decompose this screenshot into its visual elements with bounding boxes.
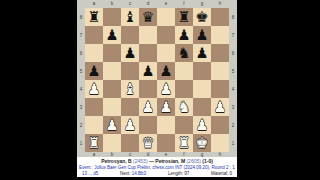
rank-label-6: 6	[229, 44, 237, 62]
square-g1: ♚	[193, 134, 211, 152]
rank-label-3: 3	[77, 98, 85, 116]
square-f1: ♜	[175, 134, 193, 152]
square-f5	[175, 62, 193, 80]
white-pawn: ♟	[142, 98, 155, 116]
rank-label-1: 1	[229, 134, 237, 152]
square-a1: ♜	[85, 134, 103, 152]
move-status-line: 13 ... d5 Next: 14.Bb3 Length: 97 Materi…	[79, 171, 235, 176]
square-e5: ♟	[157, 62, 175, 80]
square-b8	[103, 8, 121, 26]
black-pawn: ♟	[178, 26, 191, 44]
rank-label-2: 2	[229, 116, 237, 134]
square-b3	[103, 98, 121, 116]
file-label-e: e	[157, 0, 175, 7]
black-player-name: Petrosian, M	[155, 158, 185, 164]
square-h5	[211, 62, 229, 80]
square-a2	[85, 116, 103, 134]
square-h8	[211, 8, 229, 26]
square-a3	[85, 98, 103, 116]
square-b1	[103, 134, 121, 152]
white-pawn: ♟	[214, 98, 227, 116]
black-pawn: ♟	[160, 62, 173, 80]
square-d6	[139, 44, 157, 62]
game-info-panel: Petrosyan, B (2453) — Petrosian, M (2605…	[77, 157, 237, 177]
length-value: 97	[184, 171, 189, 176]
white-queen: ♛	[142, 134, 155, 152]
white-rook: ♜	[88, 134, 101, 152]
square-f7: ♟	[175, 26, 193, 44]
file-label-d: d	[139, 0, 157, 7]
next-move-group: Next: 14.Bb3	[120, 171, 146, 176]
square-f8: ♜	[175, 8, 193, 26]
rank-label-4: 4	[77, 80, 85, 98]
white-pawn: ♟	[160, 80, 173, 98]
square-f4	[175, 80, 193, 98]
square-e6	[157, 44, 175, 62]
white-pawn: ♟	[88, 80, 101, 98]
rank-labels-left: 87654321	[77, 8, 85, 152]
rank-label-5: 5	[77, 62, 85, 80]
file-label-b: b	[103, 0, 121, 7]
file-label-a: a	[85, 0, 103, 7]
players-line: Petrosyan, B (2453) — Petrosian, M (2605…	[79, 158, 235, 164]
black-pawn: ♟	[124, 44, 137, 62]
black-queen: ♛	[142, 8, 155, 26]
rank-label-1: 1	[77, 134, 85, 152]
white-bishop: ♝	[124, 80, 137, 98]
event-line: Event : Julius Baer Gen Cup Prelim, ches…	[79, 165, 235, 170]
square-c5	[121, 62, 139, 80]
vs-separator: —	[149, 158, 154, 164]
white-player-rating: (2453)	[133, 158, 147, 164]
black-pawn: ♟	[88, 62, 101, 80]
square-d3: ♟	[139, 98, 157, 116]
square-b5	[103, 62, 121, 80]
black-rook: ♜	[88, 8, 101, 26]
rank-label-8: 8	[77, 8, 85, 26]
letterbox-left	[0, 0, 77, 180]
file-label-f: f	[175, 0, 193, 7]
square-d2	[139, 116, 157, 134]
length-label: Length:	[168, 171, 183, 176]
square-b6	[103, 44, 121, 62]
square-g4	[193, 80, 211, 98]
black-knight: ♞	[178, 44, 191, 62]
black-king: ♚	[196, 8, 209, 26]
file-label-c: c	[121, 0, 139, 7]
next-label: Next:	[120, 171, 131, 176]
rank-label-6: 6	[77, 44, 85, 62]
white-king: ♚	[196, 134, 209, 152]
square-f2	[175, 116, 193, 134]
square-h2	[211, 116, 229, 134]
square-a4: ♟	[85, 80, 103, 98]
square-g7: ♟	[193, 26, 211, 44]
rank-label-5: 5	[229, 62, 237, 80]
square-g6: ♟	[193, 44, 211, 62]
square-d4	[139, 80, 157, 98]
square-d7	[139, 26, 157, 44]
square-c8: ♝	[121, 8, 139, 26]
rank-label-7: 7	[229, 26, 237, 44]
white-pawn: ♟	[124, 116, 137, 134]
square-f6: ♞	[175, 44, 193, 62]
square-g5	[193, 62, 211, 80]
next-move: 14.Bb3	[132, 171, 146, 176]
black-pawn: ♟	[196, 44, 209, 62]
square-d8: ♛	[139, 8, 157, 26]
square-c7	[121, 26, 139, 44]
rank-label-4: 4	[229, 80, 237, 98]
square-e1	[157, 134, 175, 152]
square-h4	[211, 80, 229, 98]
chess-board: ♜♝♛♜♚♟♟♟♟♞♟♟♟♟♟♝♟♟♟♞♟♟♟♟♜♛♜♚	[85, 8, 229, 152]
square-d5: ♟	[139, 62, 157, 80]
square-h3: ♟	[211, 98, 229, 116]
square-a7	[85, 26, 103, 44]
letterbox-right	[237, 0, 320, 180]
square-e8	[157, 8, 175, 26]
square-c4: ♝	[121, 80, 139, 98]
square-h7	[211, 26, 229, 44]
square-a5: ♟	[85, 62, 103, 80]
file-label-h: h	[211, 0, 229, 7]
moves-played: 13 ... d5	[82, 171, 98, 176]
file-label-g: g	[193, 0, 211, 7]
video-frame: abcdefgh 87654321 87654321 ♜♝♛♜♚♟♟♟♟♞♟♟♟…	[0, 0, 320, 180]
square-h6	[211, 44, 229, 62]
black-pawn: ♟	[196, 26, 209, 44]
chess-diagram-panel: abcdefgh 87654321 87654321 ♜♝♛♜♚♟♟♟♟♞♟♟♟…	[77, 0, 237, 177]
square-a6	[85, 44, 103, 62]
white-player-name: Petrosyan, B	[101, 158, 132, 164]
square-b4	[103, 80, 121, 98]
square-e2	[157, 116, 175, 134]
black-pawn: ♟	[106, 26, 119, 44]
square-f3: ♞	[175, 98, 193, 116]
rank-labels-right: 87654321	[229, 8, 237, 152]
square-e7	[157, 26, 175, 44]
square-g3	[193, 98, 211, 116]
rank-label-8: 8	[229, 8, 237, 26]
white-pawn: ♟	[160, 98, 173, 116]
black-pawn: ♟	[142, 62, 155, 80]
white-knight: ♞	[178, 98, 191, 116]
square-c1	[121, 134, 139, 152]
game-result: (1-0)	[202, 158, 213, 164]
square-a8: ♜	[85, 8, 103, 26]
rank-label-2: 2	[77, 116, 85, 134]
square-e3: ♟	[157, 98, 175, 116]
white-pawn: ♟	[106, 116, 119, 134]
rank-label-7: 7	[77, 26, 85, 44]
material-value: 0	[229, 171, 232, 176]
square-g2: ♟	[193, 116, 211, 134]
length-group: Length: 97	[168, 171, 189, 176]
white-pawn: ♟	[196, 116, 209, 134]
white-rook: ♜	[178, 134, 191, 152]
file-labels-top: abcdefgh	[85, 0, 229, 7]
square-d1: ♛	[139, 134, 157, 152]
black-bishop: ♝	[124, 8, 137, 26]
square-h1	[211, 134, 229, 152]
square-c2: ♟	[121, 116, 139, 134]
square-b7: ♟	[103, 26, 121, 44]
square-b2: ♟	[103, 116, 121, 134]
black-rook: ♜	[178, 8, 191, 26]
black-player-rating: (2605)	[186, 158, 200, 164]
material-label: Material:	[211, 171, 228, 176]
square-c3	[121, 98, 139, 116]
rank-label-3: 3	[229, 98, 237, 116]
square-e4: ♟	[157, 80, 175, 98]
square-g8: ♚	[193, 8, 211, 26]
square-c6: ♟	[121, 44, 139, 62]
material-group: Material: 0	[211, 171, 232, 176]
